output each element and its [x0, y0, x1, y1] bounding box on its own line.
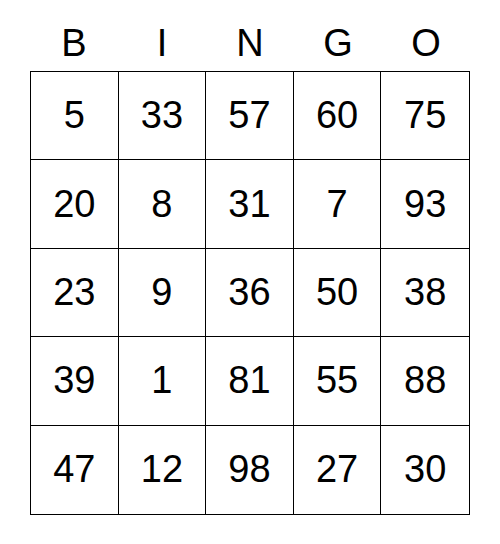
bingo-cell-r2-b[interactable]: 20: [31, 160, 119, 248]
bingo-cell-r3-b[interactable]: 23: [31, 249, 119, 337]
bingo-cell-r4-o[interactable]: 88: [381, 337, 469, 425]
bingo-cell-r4-b[interactable]: 39: [31, 337, 119, 425]
bingo-cell-r5-g[interactable]: 27: [294, 426, 382, 514]
bingo-cell-r2-o[interactable]: 93: [381, 160, 469, 248]
bingo-cell-r1-i[interactable]: 33: [119, 72, 207, 160]
bingo-cell-r5-n[interactable]: 98: [206, 426, 294, 514]
header-letter-i: I: [118, 18, 206, 68]
header-letter-o: O: [382, 18, 470, 68]
bingo-cell-r5-b[interactable]: 47: [31, 426, 119, 514]
bingo-cell-r4-g[interactable]: 55: [294, 337, 382, 425]
bingo-cell-r2-n[interactable]: 31: [206, 160, 294, 248]
bingo-grid: 5 33 57 60 75 20 8 31 7 93 23 9 36 50 38…: [30, 71, 470, 515]
bingo-cell-r5-o[interactable]: 30: [381, 426, 469, 514]
bingo-cell-r3-i[interactable]: 9: [119, 249, 207, 337]
bingo-header: B I N G O: [30, 18, 470, 68]
bingo-cell-r1-o[interactable]: 75: [381, 72, 469, 160]
bingo-cell-r1-b[interactable]: 5: [31, 72, 119, 160]
bingo-cell-r2-g[interactable]: 7: [294, 160, 382, 248]
bingo-cell-r5-i[interactable]: 12: [119, 426, 207, 514]
header-letter-n: N: [206, 18, 294, 68]
bingo-cell-r3-g[interactable]: 50: [294, 249, 382, 337]
bingo-card: B I N G O 5 33 57 60 75 20 8 31 7 93 23 …: [0, 0, 500, 544]
bingo-cell-r3-o[interactable]: 38: [381, 249, 469, 337]
bingo-cell-r2-i[interactable]: 8: [119, 160, 207, 248]
bingo-cell-r3-n[interactable]: 36: [206, 249, 294, 337]
bingo-cell-r1-n[interactable]: 57: [206, 72, 294, 160]
bingo-cell-r4-i[interactable]: 1: [119, 337, 207, 425]
header-letter-g: G: [294, 18, 382, 68]
header-letter-b: B: [30, 18, 118, 68]
bingo-cell-r1-g[interactable]: 60: [294, 72, 382, 160]
bingo-cell-r4-n[interactable]: 81: [206, 337, 294, 425]
